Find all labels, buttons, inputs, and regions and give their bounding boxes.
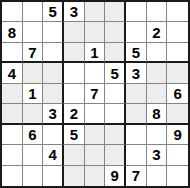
cell-r4c1-given: 4 (2, 63, 23, 83)
cell-r6c8-given: 8 (147, 104, 168, 124)
cell-r6c3-given: 3 (43, 104, 64, 124)
cell-r6c5[interactable] (85, 104, 106, 124)
cell-r8c1[interactable] (2, 145, 23, 165)
cell-r9c8[interactable] (147, 166, 168, 186)
cell-r7c5[interactable] (85, 125, 106, 145)
cell-r1c6[interactable] (105, 2, 126, 22)
cell-r5c6[interactable] (105, 84, 126, 104)
cell-r5c8[interactable] (147, 84, 168, 104)
cell-r9c4[interactable] (64, 166, 85, 186)
cell-r8c9[interactable] (167, 145, 188, 165)
cell-r8c8-given: 3 (147, 145, 168, 165)
cell-r1c4-given: 3 (64, 2, 85, 22)
cell-r3c8[interactable] (147, 43, 168, 63)
cell-r9c1[interactable] (2, 166, 23, 186)
cell-r8c2[interactable] (23, 145, 44, 165)
cell-r5c7[interactable] (126, 84, 147, 104)
cell-r4c4[interactable] (64, 63, 85, 83)
cell-r3c3[interactable] (43, 43, 64, 63)
cell-r2c8-given: 2 (147, 22, 168, 42)
cell-r3c7-given: 5 (126, 43, 147, 63)
cell-r5c2-given: 1 (23, 84, 44, 104)
cell-r4c9[interactable] (167, 63, 188, 83)
cell-r4c5[interactable] (85, 63, 106, 83)
cell-r6c7[interactable] (126, 104, 147, 124)
cell-r9c2[interactable] (23, 166, 44, 186)
cell-r5c1[interactable] (2, 84, 23, 104)
cell-r6c6[interactable] (105, 104, 126, 124)
cell-r8c4[interactable] (64, 145, 85, 165)
cell-r7c4-given: 5 (64, 125, 85, 145)
cell-r2c1-given: 8 (2, 22, 23, 42)
cell-r7c8[interactable] (147, 125, 168, 145)
cell-r5c3[interactable] (43, 84, 64, 104)
cell-r2c7[interactable] (126, 22, 147, 42)
cell-r9c7-given: 7 (126, 166, 147, 186)
cell-r2c5[interactable] (85, 22, 106, 42)
cell-r7c2-given: 6 (23, 125, 44, 145)
cell-r8c3-given: 4 (43, 145, 64, 165)
cell-r2c4[interactable] (64, 22, 85, 42)
cell-r5c9-given: 6 (167, 84, 188, 104)
cell-r2c9[interactable] (167, 22, 188, 42)
cell-r1c2[interactable] (23, 2, 44, 22)
cell-r4c8[interactable] (147, 63, 168, 83)
cell-r8c7[interactable] (126, 145, 147, 165)
cell-r2c6[interactable] (105, 22, 126, 42)
cell-r4c3[interactable] (43, 63, 64, 83)
cell-r3c9[interactable] (167, 43, 188, 63)
cell-r4c7-given: 3 (126, 63, 147, 83)
cell-r3c2-given: 7 (23, 43, 44, 63)
cell-r7c3[interactable] (43, 125, 64, 145)
cell-r7c7[interactable] (126, 125, 147, 145)
cell-r9c6-given: 9 (105, 166, 126, 186)
cell-r6c4-given: 2 (64, 104, 85, 124)
cell-r5c4[interactable] (64, 84, 85, 104)
cell-r3c5-given: 1 (85, 43, 106, 63)
cell-r1c7[interactable] (126, 2, 147, 22)
cell-r5c5-given: 7 (85, 84, 106, 104)
cell-r6c2[interactable] (23, 104, 44, 124)
cell-r7c6[interactable] (105, 125, 126, 145)
cell-r6c9[interactable] (167, 104, 188, 124)
cell-r1c9[interactable] (167, 2, 188, 22)
cell-r7c1[interactable] (2, 125, 23, 145)
cell-r8c6[interactable] (105, 145, 126, 165)
cell-r4c6-given: 5 (105, 63, 126, 83)
cell-r4c2[interactable] (23, 63, 44, 83)
cell-r9c9[interactable] (167, 166, 188, 186)
cell-r1c8[interactable] (147, 2, 168, 22)
cell-r3c6[interactable] (105, 43, 126, 63)
cell-r9c3[interactable] (43, 166, 64, 186)
cell-r1c1[interactable] (2, 2, 23, 22)
cell-r3c1[interactable] (2, 43, 23, 63)
cell-r1c3-given: 5 (43, 2, 64, 22)
cell-r1c5[interactable] (85, 2, 106, 22)
cell-r8c5[interactable] (85, 145, 106, 165)
cell-r6c1[interactable] (2, 104, 23, 124)
cell-r7c9-given: 9 (167, 125, 188, 145)
cell-r2c3[interactable] (43, 22, 64, 42)
sudoku-board: 53827154531763286594397 (0, 0, 190, 188)
cell-r9c5[interactable] (85, 166, 106, 186)
cell-r3c4[interactable] (64, 43, 85, 63)
cell-r2c2[interactable] (23, 22, 44, 42)
